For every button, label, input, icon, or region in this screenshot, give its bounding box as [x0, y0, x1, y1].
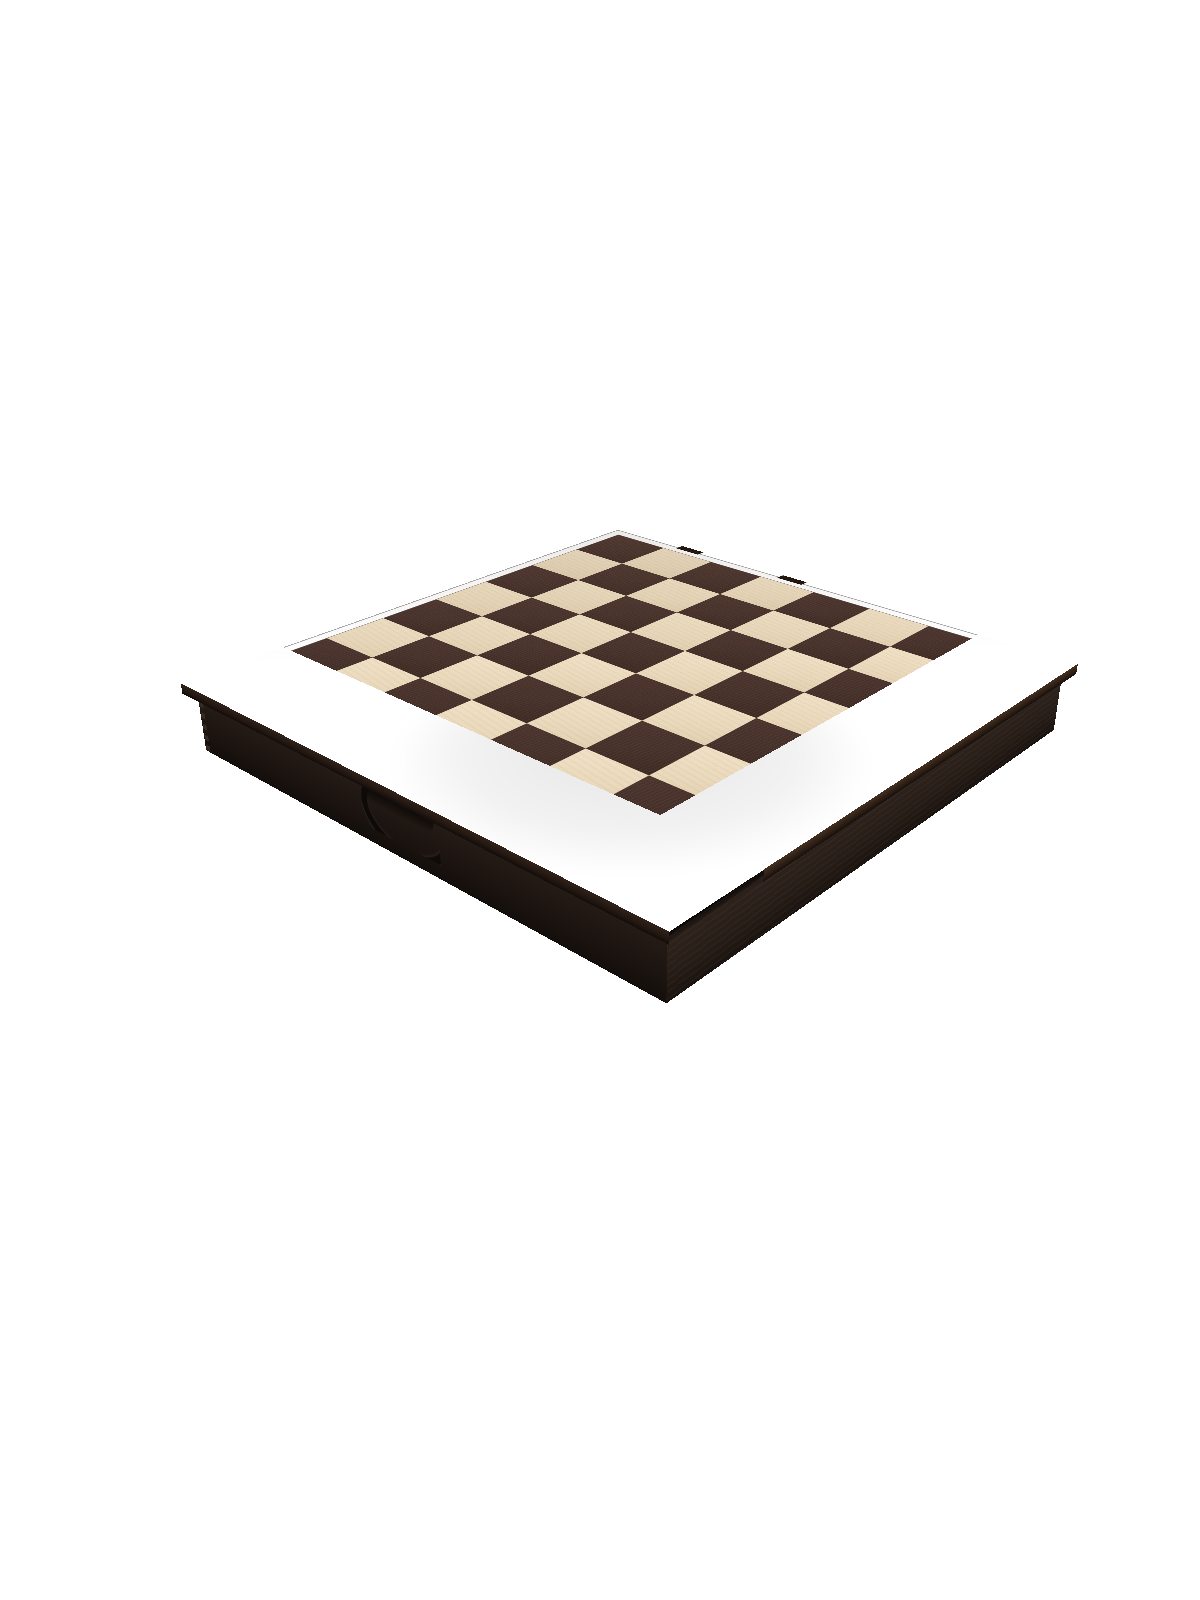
finger-joint — [206, 744, 211, 752]
square-g5 — [756, 692, 870, 742]
square-a1 — [202, 660, 312, 705]
finger-joint — [201, 712, 206, 720]
chess-board-grid — [202, 535, 1059, 916]
chess-board-lid — [181, 530, 1078, 932]
finger-joint — [204, 734, 209, 742]
product-photo-canvas — [0, 0, 1200, 1600]
square-c4 — [477, 634, 581, 676]
finger-joint — [203, 723, 208, 731]
